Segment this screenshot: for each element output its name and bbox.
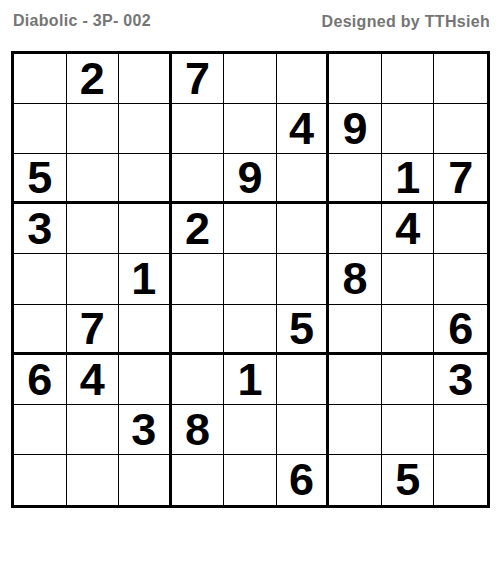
cell-r2c3[interactable] — [119, 104, 172, 154]
cell-r4c9[interactable] — [434, 204, 487, 254]
cell-r6c1[interactable] — [14, 305, 67, 355]
cell-r3c2[interactable] — [67, 154, 120, 204]
cell-r6c2: 7 — [67, 305, 120, 355]
cell-r7c9: 3 — [434, 355, 487, 405]
cell-r8c7[interactable] — [329, 405, 382, 455]
cell-r9c4[interactable] — [172, 455, 225, 505]
cell-r9c9[interactable] — [434, 455, 487, 505]
cell-r2c8[interactable] — [382, 104, 435, 154]
puzzle-title: Diabolic - 3P- 002 — [13, 12, 151, 30]
cell-r6c3[interactable] — [119, 305, 172, 355]
cell-r2c4[interactable] — [172, 104, 225, 154]
designer-credit: Designed by TTHsieh — [322, 13, 490, 31]
cell-r8c4: 8 — [172, 405, 225, 455]
cell-r8c9[interactable] — [434, 405, 487, 455]
cell-r9c3[interactable] — [119, 455, 172, 505]
cell-r6c5[interactable] — [224, 305, 277, 355]
cell-r4c2[interactable] — [67, 204, 120, 254]
cell-r1c2: 2 — [67, 54, 120, 104]
cell-r8c1[interactable] — [14, 405, 67, 455]
cell-r5c6[interactable] — [277, 254, 330, 304]
cell-r5c3: 1 — [119, 254, 172, 304]
cell-r7c5: 1 — [224, 355, 277, 405]
cell-r6c7[interactable] — [329, 305, 382, 355]
cell-r5c1[interactable] — [14, 254, 67, 304]
cell-r6c4[interactable] — [172, 305, 225, 355]
cell-r1c7[interactable] — [329, 54, 382, 104]
cell-r7c6[interactable] — [277, 355, 330, 405]
cell-r4c7[interactable] — [329, 204, 382, 254]
cell-r8c2[interactable] — [67, 405, 120, 455]
sudoku-board: 274959173241875664133865 — [11, 51, 490, 508]
cell-r3c9: 7 — [434, 154, 487, 204]
cell-r1c6[interactable] — [277, 54, 330, 104]
cell-r9c5[interactable] — [224, 455, 277, 505]
cell-r7c1: 6 — [14, 355, 67, 405]
cell-r7c7[interactable] — [329, 355, 382, 405]
cell-r3c3[interactable] — [119, 154, 172, 204]
cell-r5c7: 8 — [329, 254, 382, 304]
cell-r6c9: 6 — [434, 305, 487, 355]
cell-r5c9[interactable] — [434, 254, 487, 304]
cell-r3c1: 5 — [14, 154, 67, 204]
cell-r4c8: 4 — [382, 204, 435, 254]
cell-r3c5: 9 — [224, 154, 277, 204]
cell-r9c2[interactable] — [67, 455, 120, 505]
cell-r9c8: 5 — [382, 455, 435, 505]
cell-r2c1[interactable] — [14, 104, 67, 154]
cell-r8c5[interactable] — [224, 405, 277, 455]
cell-r1c4: 7 — [172, 54, 225, 104]
cell-r4c4: 2 — [172, 204, 225, 254]
cell-r1c9[interactable] — [434, 54, 487, 104]
cell-r9c7[interactable] — [329, 455, 382, 505]
cell-r8c3: 3 — [119, 405, 172, 455]
cell-r6c8[interactable] — [382, 305, 435, 355]
cell-r8c8[interactable] — [382, 405, 435, 455]
cell-r3c8: 1 — [382, 154, 435, 204]
cell-r7c2: 4 — [67, 355, 120, 405]
cell-r3c4[interactable] — [172, 154, 225, 204]
cell-r2c7: 9 — [329, 104, 382, 154]
cell-r9c1[interactable] — [14, 455, 67, 505]
cell-r4c6[interactable] — [277, 204, 330, 254]
cell-r7c3[interactable] — [119, 355, 172, 405]
cell-r5c4[interactable] — [172, 254, 225, 304]
cell-r1c5[interactable] — [224, 54, 277, 104]
cell-r6c6: 5 — [277, 305, 330, 355]
cell-r5c8[interactable] — [382, 254, 435, 304]
cell-r8c6[interactable] — [277, 405, 330, 455]
sudoku-page: Diabolic - 3P- 002 Designed by TTHsieh 2… — [0, 0, 502, 571]
cell-r1c8[interactable] — [382, 54, 435, 104]
cell-r1c3[interactable] — [119, 54, 172, 104]
cell-r3c6[interactable] — [277, 154, 330, 204]
cell-r4c1: 3 — [14, 204, 67, 254]
cell-r9c6: 6 — [277, 455, 330, 505]
cell-r7c4[interactable] — [172, 355, 225, 405]
cell-r5c5[interactable] — [224, 254, 277, 304]
cell-r2c2[interactable] — [67, 104, 120, 154]
cell-r2c6: 4 — [277, 104, 330, 154]
cell-r1c1[interactable] — [14, 54, 67, 104]
cell-r3c7[interactable] — [329, 154, 382, 204]
cell-r2c9[interactable] — [434, 104, 487, 154]
cell-r4c5[interactable] — [224, 204, 277, 254]
cell-r2c5[interactable] — [224, 104, 277, 154]
cell-r4c3[interactable] — [119, 204, 172, 254]
cell-r5c2[interactable] — [67, 254, 120, 304]
cell-r7c8[interactable] — [382, 355, 435, 405]
